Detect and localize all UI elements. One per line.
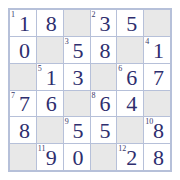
clue-number: 6 <box>118 64 122 73</box>
cell-digit: 6 <box>99 93 110 115</box>
cell-r4c3-blocked <box>64 91 90 117</box>
cell-digit: 8 <box>99 40 110 62</box>
cell-digit: 0 <box>19 40 30 62</box>
cell-digit: 0 <box>73 147 84 169</box>
cell-r1c5[interactable]: 5 <box>117 10 143 36</box>
cell-digit: 8 <box>19 120 30 142</box>
puzzle-board: 118235035841513667776864895510811901228 <box>8 8 172 172</box>
cell-r5c2-blocked <box>37 117 63 143</box>
cell-r5c3[interactable]: 95 <box>64 117 90 143</box>
cell-r3c3[interactable]: 3 <box>64 64 90 90</box>
cell-r1c4[interactable]: 23 <box>91 10 117 36</box>
cell-r1c2[interactable]: 8 <box>37 10 63 36</box>
cell-r2c6[interactable]: 41 <box>144 37 170 63</box>
cell-r3c6[interactable]: 7 <box>144 64 170 90</box>
clue-number: 8 <box>92 91 96 100</box>
cell-r6c5[interactable]: 122 <box>117 144 143 170</box>
cell-digit: 8 <box>153 147 164 169</box>
cell-r3c4-blocked <box>91 64 117 90</box>
cell-digit: 5 <box>73 120 84 142</box>
cell-r6c1-blocked <box>10 144 36 170</box>
cell-digit: 7 <box>19 93 30 115</box>
clue-number: 3 <box>65 37 69 46</box>
clue-number: 11 <box>38 144 46 153</box>
clue-number: 5 <box>38 64 42 73</box>
cell-r5c4[interactable]: 5 <box>91 117 117 143</box>
cell-digit: 3 <box>99 13 110 35</box>
cell-r6c2[interactable]: 119 <box>37 144 63 170</box>
cell-r3c2[interactable]: 51 <box>37 64 63 90</box>
cell-r4c2[interactable]: 6 <box>37 91 63 117</box>
cell-r6c3[interactable]: 0 <box>64 144 90 170</box>
clue-number: 2 <box>92 10 96 19</box>
cell-r5c6[interactable]: 108 <box>144 117 170 143</box>
cell-r5c1[interactable]: 8 <box>10 117 36 143</box>
cell-r2c3[interactable]: 35 <box>64 37 90 63</box>
clue-number: 1 <box>11 10 15 19</box>
cell-digit: 1 <box>153 40 164 62</box>
clue-number: 4 <box>145 37 149 46</box>
cell-digit: 4 <box>126 93 137 115</box>
cell-digit: 1 <box>19 13 30 35</box>
cell-digit: 7 <box>153 67 164 89</box>
cell-digit: 5 <box>99 120 110 142</box>
cell-r4c4[interactable]: 86 <box>91 91 117 117</box>
cell-r2c5-blocked <box>117 37 143 63</box>
cell-r2c2-blocked <box>37 37 63 63</box>
cell-r4c5[interactable]: 4 <box>117 91 143 117</box>
clue-number: 10 <box>145 117 153 126</box>
cell-r1c1[interactable]: 11 <box>10 10 36 36</box>
cell-r2c1[interactable]: 0 <box>10 37 36 63</box>
cell-r1c6-blocked <box>144 10 170 36</box>
clue-number: 7 <box>11 91 15 100</box>
cell-digit: 8 <box>46 13 57 35</box>
cell-r6c6[interactable]: 8 <box>144 144 170 170</box>
cell-digit: 3 <box>73 67 84 89</box>
cell-digit: 5 <box>126 13 137 35</box>
cell-r4c1[interactable]: 77 <box>10 91 36 117</box>
cell-r2c4[interactable]: 8 <box>91 37 117 63</box>
cell-digit: 6 <box>46 93 57 115</box>
cell-r4c6-blocked <box>144 91 170 117</box>
clue-number: 9 <box>65 117 69 126</box>
cell-r3c1-blocked <box>10 64 36 90</box>
cell-r1c3-blocked <box>64 10 90 36</box>
clue-number: 12 <box>118 144 126 153</box>
cell-r5c5-blocked <box>117 117 143 143</box>
cell-digit: 1 <box>46 67 57 89</box>
cell-digit: 8 <box>153 120 164 142</box>
cell-digit: 5 <box>73 40 84 62</box>
puzzle-page: 118235035841513667776864895510811901228 <box>0 0 180 180</box>
cell-digit: 2 <box>126 147 137 169</box>
cell-r3c5[interactable]: 66 <box>117 64 143 90</box>
cell-digit: 6 <box>126 67 137 89</box>
cell-r6c4-blocked <box>91 144 117 170</box>
cell-digit: 9 <box>46 147 57 169</box>
